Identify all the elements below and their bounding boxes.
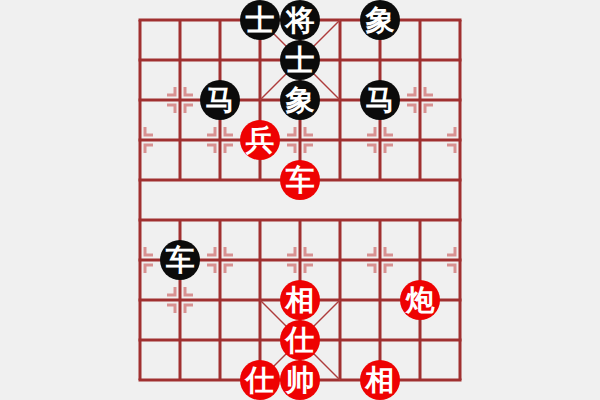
piece-black-advisor[interactable]: 士 xyxy=(280,40,320,80)
piece-black-elephant[interactable]: 象 xyxy=(360,0,400,40)
app-canvas: 士将象士马象马兵车车相炮仕仕帅相 xyxy=(0,0,600,400)
piece-red-advisor[interactable]: 仕 xyxy=(240,360,280,400)
piece-black-horse[interactable]: 马 xyxy=(360,80,400,120)
piece-black-king[interactable]: 将 xyxy=(280,0,320,40)
piece-red-cannon[interactable]: 炮 xyxy=(400,280,440,320)
pieces-layer: 士将象士马象马兵车车相炮仕仕帅相 xyxy=(0,0,600,400)
piece-black-chariot[interactable]: 车 xyxy=(160,240,200,280)
piece-red-advisor[interactable]: 仕 xyxy=(280,320,320,360)
piece-black-elephant[interactable]: 象 xyxy=(280,80,320,120)
piece-black-advisor[interactable]: 士 xyxy=(240,0,280,40)
piece-black-horse[interactable]: 马 xyxy=(200,80,240,120)
piece-red-king[interactable]: 帅 xyxy=(280,360,320,400)
piece-red-chariot[interactable]: 车 xyxy=(280,160,320,200)
piece-red-elephant[interactable]: 相 xyxy=(360,360,400,400)
piece-red-elephant[interactable]: 相 xyxy=(280,280,320,320)
piece-red-soldier[interactable]: 兵 xyxy=(240,120,280,160)
